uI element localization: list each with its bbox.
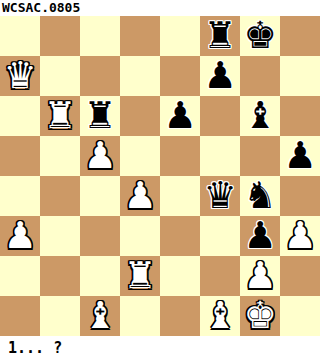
footer: 1... ? [0, 336, 320, 360]
header: WCSAC.0805 [0, 0, 320, 16]
square-e1[interactable] [160, 296, 200, 336]
square-c5[interactable]: ♟ [80, 136, 120, 176]
square-b5[interactable] [40, 136, 80, 176]
square-b7[interactable] [40, 56, 80, 96]
square-h6[interactable] [280, 96, 320, 136]
square-e3[interactable] [160, 216, 200, 256]
square-g4[interactable]: ♞ [240, 176, 280, 216]
square-c7[interactable] [80, 56, 120, 96]
square-d3[interactable] [120, 216, 160, 256]
square-g5[interactable] [240, 136, 280, 176]
square-h8[interactable] [280, 16, 320, 56]
square-f8[interactable]: ♜ [200, 16, 240, 56]
square-g6[interactable]: ♝ [240, 96, 280, 136]
square-a1[interactable] [0, 296, 40, 336]
square-e8[interactable] [160, 16, 200, 56]
black-rook: ♜ [83, 96, 116, 136]
square-e4[interactable] [160, 176, 200, 216]
square-f4[interactable]: ♛ [200, 176, 240, 216]
square-h3[interactable]: ♟ [280, 216, 320, 256]
square-g1[interactable]: ♚ [240, 296, 280, 336]
black-pawn: ♟ [203, 56, 236, 96]
white-pawn: ♟ [83, 136, 116, 176]
square-e6[interactable]: ♟ [160, 96, 200, 136]
white-rook: ♜ [123, 256, 156, 296]
white-king: ♚ [243, 296, 276, 336]
white-pawn: ♟ [3, 216, 36, 256]
square-a8[interactable] [0, 16, 40, 56]
square-f1[interactable]: ♝ [200, 296, 240, 336]
square-c2[interactable] [80, 256, 120, 296]
white-queen: ♛ [3, 56, 36, 96]
black-pawn: ♟ [243, 216, 276, 256]
white-pawn: ♟ [243, 256, 276, 296]
square-b4[interactable] [40, 176, 80, 216]
square-f5[interactable] [200, 136, 240, 176]
black-king: ♚ [243, 16, 276, 56]
square-a5[interactable] [0, 136, 40, 176]
chess-board: ♜♚♛♟♜♜♟♝♟♟♟♛♞♟♟♟♜♟♝♝♚ [0, 16, 320, 336]
square-a4[interactable] [0, 176, 40, 216]
white-pawn: ♟ [283, 216, 316, 256]
black-pawn: ♟ [163, 96, 196, 136]
square-g8[interactable]: ♚ [240, 16, 280, 56]
black-rook: ♜ [203, 16, 236, 56]
square-d5[interactable] [120, 136, 160, 176]
square-h7[interactable] [280, 56, 320, 96]
black-bishop: ♝ [243, 96, 276, 136]
white-pawn: ♟ [123, 176, 156, 216]
square-d2[interactable]: ♜ [120, 256, 160, 296]
black-pawn: ♟ [283, 136, 316, 176]
square-c8[interactable] [80, 16, 120, 56]
square-c1[interactable]: ♝ [80, 296, 120, 336]
square-f6[interactable] [200, 96, 240, 136]
square-a2[interactable] [0, 256, 40, 296]
square-h2[interactable] [280, 256, 320, 296]
white-bishop: ♝ [83, 296, 116, 336]
square-e2[interactable] [160, 256, 200, 296]
square-f7[interactable]: ♟ [200, 56, 240, 96]
white-bishop: ♝ [203, 296, 236, 336]
square-h1[interactable] [280, 296, 320, 336]
square-c4[interactable] [80, 176, 120, 216]
square-f2[interactable] [200, 256, 240, 296]
puzzle-title: WCSAC.0805 [0, 0, 80, 16]
square-d6[interactable] [120, 96, 160, 136]
square-b1[interactable] [40, 296, 80, 336]
square-g2[interactable]: ♟ [240, 256, 280, 296]
square-d8[interactable] [120, 16, 160, 56]
square-e7[interactable] [160, 56, 200, 96]
square-f3[interactable] [200, 216, 240, 256]
square-a7[interactable]: ♛ [0, 56, 40, 96]
square-c6[interactable]: ♜ [80, 96, 120, 136]
square-a3[interactable]: ♟ [0, 216, 40, 256]
square-b2[interactable] [40, 256, 80, 296]
square-c3[interactable] [80, 216, 120, 256]
black-queen: ♛ [203, 176, 236, 216]
square-h4[interactable] [280, 176, 320, 216]
square-d7[interactable] [120, 56, 160, 96]
move-prompt: 1... ? [0, 339, 62, 357]
white-rook: ♜ [43, 96, 76, 136]
square-e5[interactable] [160, 136, 200, 176]
square-d4[interactable]: ♟ [120, 176, 160, 216]
square-b8[interactable] [40, 16, 80, 56]
square-b3[interactable] [40, 216, 80, 256]
square-g3[interactable]: ♟ [240, 216, 280, 256]
square-a6[interactable] [0, 96, 40, 136]
square-h5[interactable]: ♟ [280, 136, 320, 176]
square-b6[interactable]: ♜ [40, 96, 80, 136]
square-d1[interactable] [120, 296, 160, 336]
square-g7[interactable] [240, 56, 280, 96]
black-knight: ♞ [243, 176, 276, 216]
